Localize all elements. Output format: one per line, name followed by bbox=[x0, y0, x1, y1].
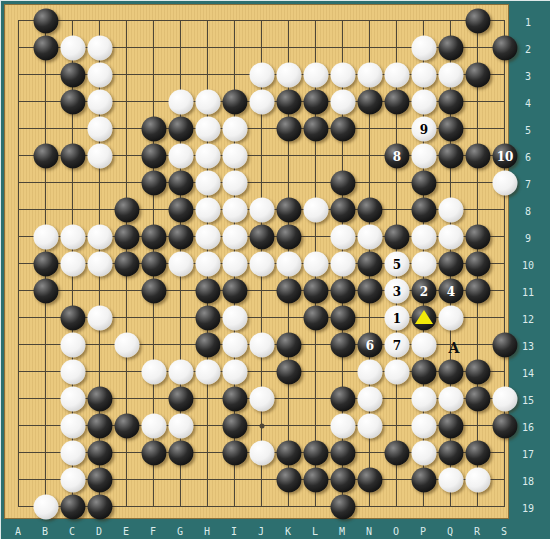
row-label-7: 7 bbox=[525, 179, 531, 190]
row-label-13: 13 bbox=[522, 341, 534, 352]
white-stone-O11: 3 bbox=[385, 279, 410, 304]
move-number-7: 7 bbox=[393, 339, 401, 351]
black-stone-K13 bbox=[277, 333, 302, 358]
black-stone-F11 bbox=[142, 279, 167, 304]
white-stone-B19 bbox=[34, 495, 59, 520]
white-stone-L10 bbox=[304, 252, 329, 277]
black-stone-K4 bbox=[277, 90, 302, 115]
white-stone-J17 bbox=[250, 441, 275, 466]
white-stone-H7 bbox=[196, 171, 221, 196]
white-stone-I9 bbox=[223, 225, 248, 250]
white-stone-L8 bbox=[304, 198, 329, 223]
black-stone-D15 bbox=[88, 387, 113, 412]
move-number-6: 6 bbox=[366, 339, 374, 351]
black-stone-M17 bbox=[331, 441, 356, 466]
black-stone-H12 bbox=[196, 306, 221, 331]
go-diagram-screen: 98105324167A ABCDEFGHIJKLMNOPQRS 1234567… bbox=[0, 0, 550, 539]
black-stone-G7 bbox=[169, 171, 194, 196]
point-label-A: A bbox=[449, 340, 460, 356]
white-stone-C16 bbox=[61, 414, 86, 439]
white-stone-P10 bbox=[412, 252, 437, 277]
white-stone-S7 bbox=[493, 171, 518, 196]
black-stone-Q17 bbox=[439, 441, 464, 466]
black-stone-B11 bbox=[34, 279, 59, 304]
move-number-5: 5 bbox=[393, 258, 401, 270]
black-stone-R14 bbox=[466, 360, 491, 385]
white-stone-P5: 9 bbox=[412, 117, 437, 142]
black-stone-S13 bbox=[493, 333, 518, 358]
white-stone-M4 bbox=[331, 90, 356, 115]
white-stone-N14 bbox=[358, 360, 383, 385]
black-stone-S6: 10 bbox=[493, 144, 518, 169]
white-stone-J4 bbox=[250, 90, 275, 115]
move-number-1: 1 bbox=[393, 312, 401, 324]
white-stone-H9 bbox=[196, 225, 221, 250]
white-stone-Q12 bbox=[439, 306, 464, 331]
row-label-14: 14 bbox=[522, 368, 534, 379]
row-label-3: 3 bbox=[525, 71, 531, 82]
black-stone-P8 bbox=[412, 198, 437, 223]
column-label-E: E bbox=[123, 526, 129, 537]
row-label-19: 19 bbox=[522, 503, 534, 514]
black-stone-B1 bbox=[34, 9, 59, 34]
black-stone-P7 bbox=[412, 171, 437, 196]
white-stone-J15 bbox=[250, 387, 275, 412]
black-stone-D19 bbox=[88, 495, 113, 520]
white-stone-N9 bbox=[358, 225, 383, 250]
white-stone-C10 bbox=[61, 252, 86, 277]
white-stone-O12: 1 bbox=[385, 306, 410, 331]
white-stone-G6 bbox=[169, 144, 194, 169]
black-stone-M11 bbox=[331, 279, 356, 304]
black-stone-K11 bbox=[277, 279, 302, 304]
black-stone-B10 bbox=[34, 252, 59, 277]
white-stone-F14 bbox=[142, 360, 167, 385]
column-label-K: K bbox=[285, 526, 291, 537]
black-stone-L5 bbox=[304, 117, 329, 142]
black-stone-L18 bbox=[304, 468, 329, 493]
white-stone-P16 bbox=[412, 414, 437, 439]
black-stone-M13 bbox=[331, 333, 356, 358]
white-stone-I6 bbox=[223, 144, 248, 169]
row-label-4: 4 bbox=[525, 98, 531, 109]
black-stone-B6 bbox=[34, 144, 59, 169]
white-stone-L3 bbox=[304, 63, 329, 88]
move-number-4: 4 bbox=[447, 285, 455, 297]
black-stone-G9 bbox=[169, 225, 194, 250]
black-stone-P11: 2 bbox=[412, 279, 437, 304]
black-stone-I11 bbox=[223, 279, 248, 304]
black-stone-K17 bbox=[277, 441, 302, 466]
move-number-9: 9 bbox=[420, 123, 428, 135]
black-stone-L11 bbox=[304, 279, 329, 304]
white-stone-C18 bbox=[61, 468, 86, 493]
black-stone-L4 bbox=[304, 90, 329, 115]
row-label-1: 1 bbox=[525, 17, 531, 28]
white-stone-S15 bbox=[493, 387, 518, 412]
white-stone-P3 bbox=[412, 63, 437, 88]
black-stone-N8 bbox=[358, 198, 383, 223]
move-number-8: 8 bbox=[393, 150, 401, 162]
row-label-11: 11 bbox=[522, 287, 534, 298]
white-stone-M16 bbox=[331, 414, 356, 439]
black-stone-R15 bbox=[466, 387, 491, 412]
black-stone-N10 bbox=[358, 252, 383, 277]
white-stone-P6 bbox=[412, 144, 437, 169]
black-stone-R11 bbox=[466, 279, 491, 304]
black-stone-Q16 bbox=[439, 414, 464, 439]
black-stone-Q10 bbox=[439, 252, 464, 277]
black-stone-C6 bbox=[61, 144, 86, 169]
white-stone-P17 bbox=[412, 441, 437, 466]
black-stone-I15 bbox=[223, 387, 248, 412]
row-label-8: 8 bbox=[525, 206, 531, 217]
triangle-marker bbox=[415, 310, 433, 324]
black-stone-Q2 bbox=[439, 36, 464, 61]
white-stone-J10 bbox=[250, 252, 275, 277]
column-label-B: B bbox=[42, 526, 48, 537]
black-stone-R10 bbox=[466, 252, 491, 277]
black-stone-C4 bbox=[61, 90, 86, 115]
black-stone-I16 bbox=[223, 414, 248, 439]
black-stone-M8 bbox=[331, 198, 356, 223]
white-stone-H8 bbox=[196, 198, 221, 223]
column-label-H: H bbox=[204, 526, 210, 537]
black-stone-M18 bbox=[331, 468, 356, 493]
white-stone-F16 bbox=[142, 414, 167, 439]
white-stone-M10 bbox=[331, 252, 356, 277]
black-stone-I17 bbox=[223, 441, 248, 466]
white-stone-J13 bbox=[250, 333, 275, 358]
column-label-F: F bbox=[150, 526, 156, 537]
black-stone-K5 bbox=[277, 117, 302, 142]
black-stone-C3 bbox=[61, 63, 86, 88]
white-stone-C15 bbox=[61, 387, 86, 412]
white-stone-P15 bbox=[412, 387, 437, 412]
column-label-Q: Q bbox=[447, 526, 453, 537]
white-stone-I13 bbox=[223, 333, 248, 358]
black-stone-J9 bbox=[250, 225, 275, 250]
row-label-16: 16 bbox=[522, 422, 534, 433]
white-stone-H4 bbox=[196, 90, 221, 115]
black-stone-Q4 bbox=[439, 90, 464, 115]
black-stone-N13: 6 bbox=[358, 333, 383, 358]
white-stone-I12 bbox=[223, 306, 248, 331]
column-label-L: L bbox=[312, 526, 318, 537]
black-stone-D18 bbox=[88, 468, 113, 493]
white-stone-D5 bbox=[88, 117, 113, 142]
black-stone-F5 bbox=[142, 117, 167, 142]
white-stone-D3 bbox=[88, 63, 113, 88]
black-stone-R9 bbox=[466, 225, 491, 250]
row-label-6: 6 bbox=[525, 152, 531, 163]
go-board[interactable]: 98105324167A bbox=[4, 4, 509, 519]
white-stone-C14 bbox=[61, 360, 86, 385]
move-number-3: 3 bbox=[393, 285, 401, 297]
black-stone-E8 bbox=[115, 198, 140, 223]
white-stone-O13: 7 bbox=[385, 333, 410, 358]
column-label-N: N bbox=[366, 526, 372, 537]
row-label-17: 17 bbox=[522, 449, 534, 460]
black-stone-Q6 bbox=[439, 144, 464, 169]
black-stone-G17 bbox=[169, 441, 194, 466]
white-stone-Q3 bbox=[439, 63, 464, 88]
black-stone-E9 bbox=[115, 225, 140, 250]
black-stone-G15 bbox=[169, 387, 194, 412]
white-stone-M9 bbox=[331, 225, 356, 250]
black-stone-R6 bbox=[466, 144, 491, 169]
black-stone-L17 bbox=[304, 441, 329, 466]
white-stone-P4 bbox=[412, 90, 437, 115]
column-label-M: M bbox=[339, 526, 345, 537]
black-stone-D17 bbox=[88, 441, 113, 466]
black-stone-F10 bbox=[142, 252, 167, 277]
white-stone-D4 bbox=[88, 90, 113, 115]
white-stone-P13 bbox=[412, 333, 437, 358]
white-stone-O3 bbox=[385, 63, 410, 88]
white-stone-N16 bbox=[358, 414, 383, 439]
white-stone-H5 bbox=[196, 117, 221, 142]
black-stone-Q14 bbox=[439, 360, 464, 385]
black-stone-H11 bbox=[196, 279, 221, 304]
white-stone-P2 bbox=[412, 36, 437, 61]
white-stone-G10 bbox=[169, 252, 194, 277]
black-stone-N18 bbox=[358, 468, 383, 493]
black-stone-B2 bbox=[34, 36, 59, 61]
black-stone-O6: 8 bbox=[385, 144, 410, 169]
row-label-5: 5 bbox=[525, 125, 531, 136]
black-stone-E10 bbox=[115, 252, 140, 277]
row-label-9: 9 bbox=[525, 233, 531, 244]
white-stone-C17 bbox=[61, 441, 86, 466]
black-stone-Q11: 4 bbox=[439, 279, 464, 304]
black-stone-M19 bbox=[331, 495, 356, 520]
black-stone-N11 bbox=[358, 279, 383, 304]
white-stone-H14 bbox=[196, 360, 221, 385]
black-stone-P18 bbox=[412, 468, 437, 493]
white-stone-K3 bbox=[277, 63, 302, 88]
white-stone-D6 bbox=[88, 144, 113, 169]
black-stone-G8 bbox=[169, 198, 194, 223]
column-label-S: S bbox=[501, 526, 507, 537]
row-label-2: 2 bbox=[525, 44, 531, 55]
black-stone-R17 bbox=[466, 441, 491, 466]
black-stone-M15 bbox=[331, 387, 356, 412]
white-stone-Q9 bbox=[439, 225, 464, 250]
black-stone-R3 bbox=[466, 63, 491, 88]
white-stone-Q15 bbox=[439, 387, 464, 412]
column-label-P: P bbox=[420, 526, 426, 537]
black-stone-O4 bbox=[385, 90, 410, 115]
column-label-J: J bbox=[258, 526, 264, 537]
black-stone-E16 bbox=[115, 414, 140, 439]
white-stone-I8 bbox=[223, 198, 248, 223]
row-label-12: 12 bbox=[522, 314, 534, 325]
black-stone-K8 bbox=[277, 198, 302, 223]
white-stone-D12 bbox=[88, 306, 113, 331]
white-stone-I5 bbox=[223, 117, 248, 142]
black-stone-N4 bbox=[358, 90, 383, 115]
black-stone-S16 bbox=[493, 414, 518, 439]
black-stone-O17 bbox=[385, 441, 410, 466]
hoshi-point bbox=[260, 424, 265, 429]
move-number-10: 10 bbox=[497, 150, 514, 162]
black-stone-C19 bbox=[61, 495, 86, 520]
black-stone-H13 bbox=[196, 333, 221, 358]
white-stone-G4 bbox=[169, 90, 194, 115]
column-label-C: C bbox=[69, 526, 75, 537]
black-stone-P14 bbox=[412, 360, 437, 385]
column-label-G: G bbox=[177, 526, 183, 537]
white-stone-R18 bbox=[466, 468, 491, 493]
black-stone-Q5 bbox=[439, 117, 464, 142]
white-stone-Q18 bbox=[439, 468, 464, 493]
black-stone-M5 bbox=[331, 117, 356, 142]
row-label-10: 10 bbox=[522, 260, 534, 271]
black-stone-G5 bbox=[169, 117, 194, 142]
white-stone-I14 bbox=[223, 360, 248, 385]
black-stone-O9 bbox=[385, 225, 410, 250]
black-stone-K9 bbox=[277, 225, 302, 250]
column-label-O: O bbox=[393, 526, 399, 537]
white-stone-B9 bbox=[34, 225, 59, 250]
row-label-18: 18 bbox=[522, 476, 534, 487]
white-stone-N15 bbox=[358, 387, 383, 412]
white-stone-O10: 5 bbox=[385, 252, 410, 277]
white-stone-I10 bbox=[223, 252, 248, 277]
white-stone-Q8 bbox=[439, 198, 464, 223]
white-stone-P9 bbox=[412, 225, 437, 250]
white-stone-N3 bbox=[358, 63, 383, 88]
white-stone-I7 bbox=[223, 171, 248, 196]
black-stone-F17 bbox=[142, 441, 167, 466]
black-stone-K18 bbox=[277, 468, 302, 493]
white-stone-K10 bbox=[277, 252, 302, 277]
column-label-A: A bbox=[15, 526, 21, 537]
white-stone-H10 bbox=[196, 252, 221, 277]
black-stone-F7 bbox=[142, 171, 167, 196]
column-label-D: D bbox=[96, 526, 102, 537]
white-stone-M3 bbox=[331, 63, 356, 88]
black-stone-F9 bbox=[142, 225, 167, 250]
white-stone-H6 bbox=[196, 144, 221, 169]
white-stone-D2 bbox=[88, 36, 113, 61]
white-stone-G16 bbox=[169, 414, 194, 439]
white-stone-D9 bbox=[88, 225, 113, 250]
black-stone-S2 bbox=[493, 36, 518, 61]
column-label-R: R bbox=[474, 526, 480, 537]
white-stone-O14 bbox=[385, 360, 410, 385]
black-stone-M7 bbox=[331, 171, 356, 196]
white-stone-C2 bbox=[61, 36, 86, 61]
black-stone-M12 bbox=[331, 306, 356, 331]
move-number-2: 2 bbox=[420, 285, 428, 297]
white-stone-D10 bbox=[88, 252, 113, 277]
white-stone-J8 bbox=[250, 198, 275, 223]
black-stone-L12 bbox=[304, 306, 329, 331]
white-stone-J3 bbox=[250, 63, 275, 88]
white-stone-C13 bbox=[61, 333, 86, 358]
white-stone-G14 bbox=[169, 360, 194, 385]
column-label-I: I bbox=[231, 526, 237, 537]
white-stone-C9 bbox=[61, 225, 86, 250]
white-stone-E13 bbox=[115, 333, 140, 358]
black-stone-D16 bbox=[88, 414, 113, 439]
black-stone-K14 bbox=[277, 360, 302, 385]
black-stone-F6 bbox=[142, 144, 167, 169]
black-stone-I4 bbox=[223, 90, 248, 115]
row-label-15: 15 bbox=[522, 395, 534, 406]
black-stone-C12 bbox=[61, 306, 86, 331]
black-stone-R1 bbox=[466, 9, 491, 34]
